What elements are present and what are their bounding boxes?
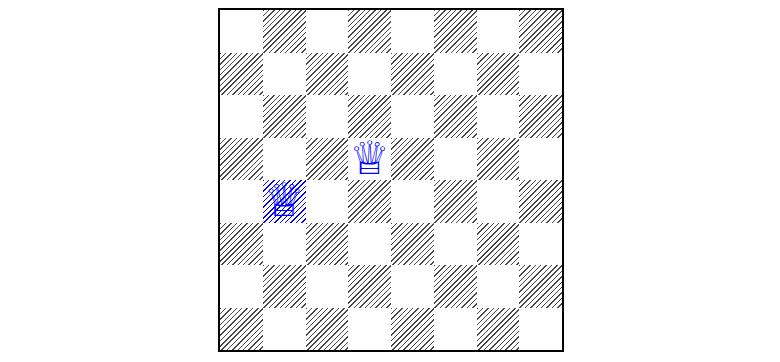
square-d3[interactable]	[348, 223, 391, 266]
square-e3[interactable]	[391, 223, 434, 266]
square-d5[interactable]: ♕	[348, 138, 391, 181]
square-e2[interactable]	[391, 265, 434, 308]
square-g3[interactable]	[477, 223, 520, 266]
square-e4[interactable]	[391, 180, 434, 223]
square-c3[interactable]	[306, 223, 349, 266]
square-f1[interactable]	[434, 308, 477, 351]
square-d8[interactable]	[348, 10, 391, 53]
square-c8[interactable]	[306, 10, 349, 53]
square-a6[interactable]	[220, 95, 263, 138]
chessboard: ♕♕	[218, 8, 564, 352]
square-b2[interactable]	[263, 265, 306, 308]
square-g5[interactable]	[477, 138, 520, 181]
square-f8[interactable]	[434, 10, 477, 53]
square-e8[interactable]	[391, 10, 434, 53]
white-queen-piece[interactable]: ♕	[349, 138, 390, 181]
square-h8[interactable]	[519, 10, 562, 53]
square-a7[interactable]	[220, 53, 263, 96]
white-queen-piece[interactable]: ♕	[264, 180, 305, 223]
square-c7[interactable]	[306, 53, 349, 96]
square-f5[interactable]	[434, 138, 477, 181]
square-g4[interactable]	[477, 180, 520, 223]
square-a4[interactable]	[220, 180, 263, 223]
square-f6[interactable]	[434, 95, 477, 138]
square-c6[interactable]	[306, 95, 349, 138]
square-c2[interactable]	[306, 265, 349, 308]
square-g6[interactable]	[477, 95, 520, 138]
square-g8[interactable]	[477, 10, 520, 53]
square-a8[interactable]	[220, 10, 263, 53]
square-d4[interactable]	[348, 180, 391, 223]
square-h5[interactable]	[519, 138, 562, 181]
square-f3[interactable]	[434, 223, 477, 266]
square-g1[interactable]	[477, 308, 520, 351]
square-b3[interactable]	[263, 223, 306, 266]
square-g2[interactable]	[477, 265, 520, 308]
square-h7[interactable]	[519, 53, 562, 96]
square-h4[interactable]	[519, 180, 562, 223]
square-c1[interactable]	[306, 308, 349, 351]
square-d2[interactable]	[348, 265, 391, 308]
chess-diagram: ♕♕	[0, 0, 780, 362]
square-d1[interactable]	[348, 308, 391, 351]
square-b4[interactable]: ♕	[263, 180, 306, 223]
square-a5[interactable]	[220, 138, 263, 181]
square-c5[interactable]	[306, 138, 349, 181]
square-b8[interactable]	[263, 10, 306, 53]
square-a1[interactable]	[220, 308, 263, 351]
square-e7[interactable]	[391, 53, 434, 96]
square-h6[interactable]	[519, 95, 562, 138]
square-b1[interactable]	[263, 308, 306, 351]
square-e1[interactable]	[391, 308, 434, 351]
square-b6[interactable]	[263, 95, 306, 138]
square-b7[interactable]	[263, 53, 306, 96]
square-g7[interactable]	[477, 53, 520, 96]
square-e6[interactable]	[391, 95, 434, 138]
square-f4[interactable]	[434, 180, 477, 223]
square-d7[interactable]	[348, 53, 391, 96]
square-b5[interactable]	[263, 138, 306, 181]
square-h2[interactable]	[519, 265, 562, 308]
square-e5[interactable]	[391, 138, 434, 181]
square-c4[interactable]	[306, 180, 349, 223]
square-h1[interactable]	[519, 308, 562, 351]
square-f2[interactable]	[434, 265, 477, 308]
square-h3[interactable]	[519, 223, 562, 266]
square-f7[interactable]	[434, 53, 477, 96]
square-a3[interactable]	[220, 223, 263, 266]
square-d6[interactable]	[348, 95, 391, 138]
square-a2[interactable]	[220, 265, 263, 308]
